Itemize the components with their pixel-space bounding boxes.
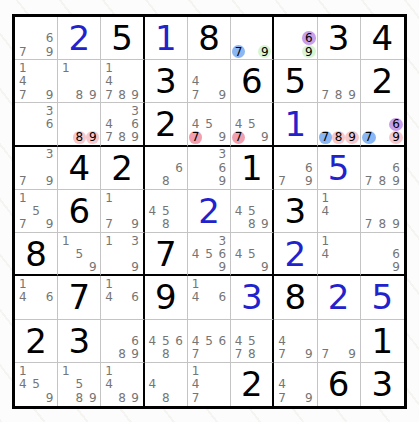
- candidate-9: 9: [345, 88, 358, 101]
- candidate-9: 9: [43, 174, 56, 187]
- candidate-7: 7: [362, 218, 376, 231]
- candidate-6: 6: [216, 334, 229, 347]
- candidate-1: 1: [102, 364, 115, 378]
- pencil-marks: 179: [102, 191, 141, 231]
- candidate-4: 4: [189, 378, 202, 392]
- cell-r9c7[interactable]: 479: [274, 363, 317, 406]
- candidate-1: 1: [59, 61, 72, 74]
- cell-r6c1[interactable]: 8: [15, 233, 58, 276]
- cell-r8c4[interactable]: 4568: [145, 320, 188, 363]
- cell-r5c9[interactable]: 789: [361, 190, 404, 233]
- candidate-4: 4: [275, 378, 288, 392]
- pencil-marks: 789: [319, 104, 359, 143]
- cell-r9c4[interactable]: 48: [145, 363, 188, 406]
- given-digit: 9: [155, 280, 177, 314]
- candidate-4: 4: [16, 378, 29, 392]
- candidate-6: 6: [43, 118, 56, 131]
- cell-r2c6[interactable]: 6: [231, 60, 274, 103]
- pencil-marks: 4568: [146, 321, 186, 361]
- candidate-4: 4: [189, 118, 202, 131]
- candidate-8: 8: [73, 391, 86, 405]
- cell-r1c7[interactable]: 69: [274, 17, 317, 60]
- pencil-marks: 139: [102, 234, 141, 273]
- candidate-6: 6: [129, 291, 142, 304]
- candidate-9: 9: [43, 391, 56, 405]
- candidate-5: 5: [245, 204, 258, 217]
- pencil-marks: 789: [319, 61, 359, 101]
- cell-r9c1[interactable]: 1459: [15, 363, 58, 406]
- candidate-1: 1: [319, 191, 332, 204]
- pencil-marks: 146: [16, 277, 56, 317]
- candidate-5: 5: [73, 247, 86, 260]
- cell-r5c3[interactable]: 179: [101, 190, 144, 233]
- solved-digit: 5: [328, 151, 350, 185]
- solved-digit: 3: [241, 280, 263, 314]
- cell-r7c8[interactable]: 2: [318, 276, 361, 319]
- given-digit: 3: [372, 367, 394, 401]
- candidate-4: 4: [319, 204, 332, 217]
- candidate-9: 9: [258, 260, 271, 273]
- cell-r3c3[interactable]: 346789: [101, 103, 144, 146]
- pencil-marks: 4578: [232, 321, 271, 361]
- cell-r4c9[interactable]: 6789: [361, 147, 404, 190]
- solved-digit: 2: [328, 280, 350, 314]
- candidate-8: 8: [116, 391, 129, 405]
- given-digit: 2: [155, 107, 177, 141]
- pencil-marks: 679: [362, 104, 403, 143]
- cell-r3c8[interactable]: 789: [318, 103, 361, 146]
- cell-r1c4[interactable]: 1: [145, 17, 188, 60]
- candidate-6: 6: [172, 161, 185, 174]
- cell-r6c4[interactable]: 7: [145, 233, 188, 276]
- candidate-5: 5: [202, 334, 215, 347]
- candidate-9: 9: [389, 260, 403, 273]
- candidate-7: 7: [275, 347, 288, 360]
- candidate-8: 8: [332, 88, 345, 101]
- cell-r8c5[interactable]: 4567: [188, 320, 231, 363]
- candidate-4: 4: [16, 291, 29, 304]
- given-digit: 7: [69, 280, 91, 314]
- candidate-4: 4: [102, 118, 115, 131]
- candidate-8: 8: [116, 347, 129, 360]
- pencil-marks: 14: [319, 191, 359, 231]
- candidate-3: 3: [216, 234, 229, 247]
- candidate-8-highlight-pink: 8: [332, 131, 345, 144]
- candidate-8: 8: [159, 174, 172, 187]
- pencil-marks: 4589: [232, 191, 271, 231]
- cell-r1c6[interactable]: 79: [231, 17, 274, 60]
- candidate-9: 9: [302, 174, 315, 187]
- candidate-5: 5: [159, 204, 172, 217]
- candidate-6: 6: [129, 334, 142, 347]
- candidate-4: 4: [102, 378, 115, 392]
- candidate-9: 9: [129, 131, 142, 144]
- candidate-9: 9: [216, 260, 229, 273]
- given-digit: 1: [241, 151, 263, 185]
- candidate-5: 5: [245, 334, 258, 347]
- cell-r1c1[interactable]: 679: [15, 17, 58, 60]
- candidate-6: 6: [43, 291, 56, 304]
- candidate-6-highlight-purple: 6: [302, 31, 315, 44]
- cell-r5c1[interactable]: 1579: [15, 190, 58, 233]
- candidate-7: 7: [16, 88, 29, 101]
- candidate-7: 7: [362, 174, 376, 187]
- pencil-marks: 1579: [16, 191, 56, 231]
- candidate-9: 9: [216, 88, 229, 101]
- candidate-9: 9: [129, 347, 142, 360]
- candidate-9-highlight-pink: 9: [86, 131, 99, 144]
- candidate-9: 9: [86, 260, 99, 273]
- candidate-7-highlight-rose: 7: [232, 131, 245, 144]
- pencil-marks: 89: [59, 104, 99, 143]
- pencil-marks: 189: [59, 61, 99, 101]
- cell-r8c8[interactable]: 79: [318, 320, 361, 363]
- candidate-6: 6: [216, 161, 229, 174]
- pencil-marks: 458: [146, 191, 186, 231]
- cell-r4c3[interactable]: 2: [101, 147, 144, 190]
- given-digit: 2: [111, 151, 133, 185]
- candidate-9: 9: [302, 391, 315, 405]
- pencil-marks: 1479: [16, 61, 56, 101]
- candidate-6: 6: [302, 161, 315, 174]
- given-digit: 8: [198, 21, 220, 55]
- given-digit: 3: [328, 21, 350, 55]
- cell-r4c4[interactable]: 68: [145, 147, 188, 190]
- pencil-marks: 479: [189, 61, 229, 101]
- given-digit: 4: [69, 151, 91, 185]
- pencil-marks: 479: [275, 321, 315, 361]
- given-digit: 8: [25, 237, 47, 271]
- candidate-7-highlight-blue: 7: [232, 45, 245, 58]
- candidate-8: 8: [116, 88, 129, 101]
- candidate-7-highlight-blue: 7: [319, 131, 332, 144]
- cell-r8c6[interactable]: 4578: [231, 320, 274, 363]
- candidate-9: 9: [129, 391, 142, 405]
- given-digit: 5: [285, 64, 307, 98]
- candidate-1: 1: [319, 234, 332, 247]
- pencil-marks: 479: [275, 364, 315, 405]
- candidate-7: 7: [319, 88, 332, 101]
- candidate-9: 9: [129, 218, 142, 231]
- candidate-8: 8: [73, 88, 86, 101]
- cell-r1c8[interactable]: 3: [318, 17, 361, 60]
- candidate-8: 8: [159, 347, 172, 360]
- pencil-marks: 14: [319, 234, 359, 273]
- candidate-4: 4: [232, 118, 245, 131]
- candidate-7-highlight-blue: 7: [362, 131, 376, 144]
- pencil-marks: 147: [189, 364, 229, 405]
- candidate-5: 5: [29, 378, 42, 392]
- sudoku-board: 6792518796934147918914789347965789236893…: [12, 14, 407, 409]
- cell-r3c5[interactable]: 4579: [188, 103, 231, 146]
- cell-r3c9[interactable]: 679: [361, 103, 404, 146]
- candidate-1: 1: [189, 277, 202, 290]
- candidate-4: 4: [146, 334, 159, 347]
- candidate-9: 9: [302, 347, 315, 360]
- given-digit: 6: [241, 64, 263, 98]
- pencil-marks: 459: [232, 234, 271, 273]
- candidate-8: 8: [116, 131, 129, 144]
- given-digit: 1: [372, 324, 394, 358]
- pencil-marks: 1459: [16, 364, 56, 405]
- candidate-3: 3: [43, 104, 56, 117]
- pencil-marks: 679: [275, 148, 315, 188]
- pencil-marks: 68: [146, 148, 186, 188]
- pencil-marks: 6789: [362, 148, 403, 188]
- cell-r6c3[interactable]: 139: [101, 233, 144, 276]
- cell-r9c5[interactable]: 147: [188, 363, 231, 406]
- candidate-4: 4: [189, 291, 202, 304]
- candidate-9: 9: [43, 218, 56, 231]
- solved-digit: 1: [285, 107, 307, 141]
- candidate-4: 4: [146, 378, 159, 392]
- candidate-6: 6: [216, 291, 229, 304]
- candidate-9: 9: [389, 174, 403, 187]
- candidate-9: 9: [86, 88, 99, 101]
- candidate-8-highlight-pink: 8: [73, 131, 86, 144]
- candidate-1: 1: [102, 277, 115, 290]
- candidate-3: 3: [43, 148, 56, 161]
- cell-r9c8[interactable]: 6: [318, 363, 361, 406]
- candidate-3: 3: [129, 234, 142, 247]
- cell-r5c8[interactable]: 14: [318, 190, 361, 233]
- candidate-8: 8: [245, 218, 258, 231]
- cell-r8c7[interactable]: 479: [274, 320, 317, 363]
- given-digit: 3: [285, 194, 307, 228]
- pencil-marks: 48: [146, 364, 186, 405]
- cell-r2c2[interactable]: 189: [58, 60, 101, 103]
- cell-r1c5[interactable]: 8: [188, 17, 231, 60]
- pencil-marks: 159: [59, 234, 99, 273]
- candidate-3: 3: [216, 148, 229, 161]
- cell-r8c9[interactable]: 1: [361, 320, 404, 363]
- cell-r6c9[interactable]: 69: [361, 233, 404, 276]
- candidate-9: 9: [129, 88, 142, 101]
- pencil-marks: 69: [275, 18, 315, 58]
- candidate-9: 9: [389, 218, 403, 231]
- pencil-marks: 34569: [189, 234, 229, 273]
- cell-r3c1[interactable]: 36: [15, 103, 58, 146]
- cell-r8c1[interactable]: 2: [15, 320, 58, 363]
- pencil-marks: 14789: [102, 61, 141, 101]
- pencil-marks: 346789: [102, 104, 141, 143]
- cell-r9c9[interactable]: 3: [361, 363, 404, 406]
- cell-r6c6[interactable]: 459: [231, 233, 274, 276]
- pencil-marks: 1489: [102, 364, 141, 405]
- cell-r7c7[interactable]: 8: [274, 276, 317, 319]
- cell-r2c9[interactable]: 2: [361, 60, 404, 103]
- candidate-4: 4: [189, 334, 202, 347]
- cell-r2c8[interactable]: 789: [318, 60, 361, 103]
- solved-digit: 5: [372, 280, 394, 314]
- candidate-9: 9: [43, 45, 56, 58]
- pencil-marks: 146: [189, 277, 229, 317]
- solved-digit: 2: [69, 21, 91, 55]
- candidate-8: 8: [159, 218, 172, 231]
- candidate-4: 4: [232, 204, 245, 217]
- cell-r1c2[interactable]: 2: [58, 17, 101, 60]
- cell-r2c7[interactable]: 5: [274, 60, 317, 103]
- cell-r3c4[interactable]: 2: [145, 103, 188, 146]
- candidate-4: 4: [275, 334, 288, 347]
- candidate-9: 9: [258, 218, 271, 231]
- given-digit: 8: [285, 280, 307, 314]
- given-digit: 3: [155, 64, 177, 98]
- candidate-7: 7: [16, 45, 29, 58]
- candidate-4: 4: [232, 334, 245, 347]
- cell-r5c5[interactable]: 2: [188, 190, 231, 233]
- candidate-4: 4: [189, 247, 202, 260]
- cell-r7c3[interactable]: 146: [101, 276, 144, 319]
- candidate-4: 4: [189, 75, 202, 88]
- cell-r4c6[interactable]: 1: [231, 147, 274, 190]
- cell-r1c9[interactable]: 4: [361, 17, 404, 60]
- candidate-6-highlight-purple: 6: [389, 118, 403, 131]
- cell-r7c5[interactable]: 146: [188, 276, 231, 319]
- candidate-7: 7: [189, 88, 202, 101]
- cell-r9c3[interactable]: 1489: [101, 363, 144, 406]
- pencil-marks: 36: [16, 104, 56, 143]
- candidate-6: 6: [129, 118, 142, 131]
- cell-r2c3[interactable]: 14789: [101, 60, 144, 103]
- cell-r7c6[interactable]: 3: [231, 276, 274, 319]
- candidate-6: 6: [43, 31, 56, 44]
- given-digit: 2: [372, 64, 394, 98]
- candidate-8: 8: [376, 218, 390, 231]
- candidate-9-highlight-pink: 9: [345, 131, 358, 144]
- cell-r2c1[interactable]: 1479: [15, 60, 58, 103]
- given-digit: 3: [69, 324, 91, 358]
- cell-r5c6[interactable]: 4589: [231, 190, 274, 233]
- candidate-7: 7: [189, 347, 202, 360]
- candidate-1: 1: [102, 234, 115, 247]
- solved-digit: 1: [155, 21, 177, 55]
- pencil-marks: 1589: [59, 364, 99, 405]
- candidate-7: 7: [275, 174, 288, 187]
- cell-r4c5[interactable]: 369: [188, 147, 231, 190]
- cell-r7c1[interactable]: 146: [15, 276, 58, 319]
- candidate-4: 4: [16, 75, 29, 88]
- pencil-marks: 4567: [189, 321, 229, 361]
- solved-digit: 2: [198, 194, 220, 228]
- cell-r7c9[interactable]: 5: [361, 276, 404, 319]
- candidate-7: 7: [16, 174, 29, 187]
- cell-r6c8[interactable]: 14: [318, 233, 361, 276]
- cell-r3c6[interactable]: 4579: [231, 103, 274, 146]
- candidate-9-highlight-green: 9: [302, 45, 315, 58]
- cell-r6c7[interactable]: 2: [274, 233, 317, 276]
- candidate-9: 9: [86, 391, 99, 405]
- cell-r4c7[interactable]: 679: [274, 147, 317, 190]
- candidate-5: 5: [245, 247, 258, 260]
- pencil-marks: 369: [189, 148, 229, 188]
- candidate-5: 5: [245, 118, 258, 131]
- pencil-marks: 69: [362, 234, 403, 273]
- cell-r4c2[interactable]: 4: [58, 147, 101, 190]
- candidate-8: 8: [376, 174, 390, 187]
- cell-r4c1[interactable]: 379: [15, 147, 58, 190]
- candidate-9: 9: [258, 131, 271, 144]
- candidate-7: 7: [102, 218, 115, 231]
- candidate-1: 1: [16, 364, 29, 378]
- candidate-5: 5: [159, 334, 172, 347]
- candidate-1: 1: [102, 61, 115, 74]
- candidate-9: 9: [43, 88, 56, 101]
- cell-r5c2[interactable]: 6: [58, 190, 101, 233]
- pencil-marks: 689: [102, 321, 141, 361]
- given-digit: 7: [155, 237, 177, 271]
- pencil-marks: 4579: [232, 104, 271, 143]
- cell-r6c5[interactable]: 34569: [188, 233, 231, 276]
- pencil-marks: 146: [102, 277, 141, 317]
- cell-r9c6[interactable]: 2: [231, 363, 274, 406]
- cell-r7c4[interactable]: 9: [145, 276, 188, 319]
- candidate-4: 4: [146, 204, 159, 217]
- candidate-1: 1: [59, 364, 72, 378]
- cell-r8c3[interactable]: 689: [101, 320, 144, 363]
- candidate-6: 6: [172, 334, 185, 347]
- pencil-marks: 379: [16, 148, 56, 188]
- candidate-5: 5: [29, 204, 42, 217]
- candidate-9: 9: [216, 174, 229, 187]
- candidate-4: 4: [319, 247, 332, 260]
- cell-r2c4[interactable]: 3: [145, 60, 188, 103]
- given-digit: 6: [69, 194, 91, 228]
- pencil-marks: 789: [362, 191, 403, 231]
- candidate-7: 7: [232, 347, 245, 360]
- candidate-1: 1: [16, 277, 29, 290]
- cell-r6c2[interactable]: 159: [58, 233, 101, 276]
- cell-r4c8[interactable]: 5: [318, 147, 361, 190]
- candidate-6: 6: [389, 247, 403, 260]
- candidate-4: 4: [102, 75, 115, 88]
- cell-r5c4[interactable]: 458: [145, 190, 188, 233]
- candidate-1: 1: [16, 61, 29, 74]
- cell-r5c7[interactable]: 3: [274, 190, 317, 233]
- candidate-7: 7: [102, 131, 115, 144]
- cell-r9c2[interactable]: 1589: [58, 363, 101, 406]
- pencil-marks: 79: [319, 321, 359, 361]
- given-digit: 5: [111, 21, 133, 55]
- cell-r2c5[interactable]: 479: [188, 60, 231, 103]
- candidate-7: 7: [275, 391, 288, 405]
- given-digit: 6: [328, 367, 350, 401]
- candidate-7-highlight-rose: 7: [189, 131, 202, 144]
- candidate-1: 1: [189, 364, 202, 378]
- cell-r1c3[interactable]: 5: [101, 17, 144, 60]
- cell-r7c2[interactable]: 7: [58, 276, 101, 319]
- candidate-4: 4: [232, 247, 245, 260]
- candidate-1: 1: [59, 234, 72, 247]
- candidate-3: 3: [129, 104, 142, 117]
- solved-digit: 2: [285, 237, 307, 271]
- candidate-7: 7: [102, 88, 115, 101]
- candidate-9: 9: [129, 260, 142, 273]
- candidate-9-highlight-pink: 9: [389, 131, 403, 144]
- candidate-6: 6: [216, 247, 229, 260]
- given-digit: 2: [25, 324, 47, 358]
- candidate-9: 9: [345, 347, 358, 360]
- cell-r3c2[interactable]: 89: [58, 103, 101, 146]
- cell-r8c2[interactable]: 3: [58, 320, 101, 363]
- pencil-marks: 79: [232, 18, 271, 58]
- cell-r3c7[interactable]: 1: [274, 103, 317, 146]
- candidate-9: 9: [216, 131, 229, 144]
- candidate-7: 7: [319, 347, 332, 360]
- candidate-8: 8: [159, 391, 172, 405]
- candidate-7: 7: [189, 391, 202, 405]
- candidate-1: 1: [16, 191, 29, 204]
